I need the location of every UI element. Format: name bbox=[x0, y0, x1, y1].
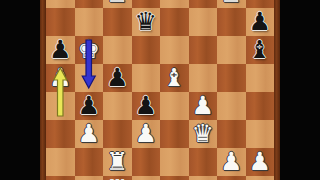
square-f5 bbox=[189, 64, 218, 92]
piece-wP-f4: ♟ bbox=[192, 92, 214, 117]
square-b2 bbox=[75, 148, 104, 176]
piece-bP-h7: ♟ bbox=[249, 8, 271, 33]
piece-bR-c1: ♜ bbox=[106, 176, 128, 180]
square-g1 bbox=[217, 176, 246, 180]
piece-bQ-d7: ♛ bbox=[135, 8, 157, 33]
square-e3 bbox=[160, 120, 189, 148]
square-c7 bbox=[103, 8, 132, 36]
piece-wP-h2: ♟ bbox=[249, 148, 271, 173]
piece-bP-a6: ♟ bbox=[49, 36, 71, 61]
square-b4: ♟ bbox=[75, 92, 104, 120]
square-b3: ♟ bbox=[75, 120, 104, 148]
letterbox-left bbox=[0, 0, 40, 180]
square-f7 bbox=[189, 8, 218, 36]
square-a5: ♟ bbox=[46, 64, 75, 92]
square-c6 bbox=[103, 36, 132, 64]
square-d6 bbox=[132, 36, 161, 64]
square-e1 bbox=[160, 176, 189, 180]
square-b7 bbox=[75, 8, 104, 36]
video-frame: ♜♜♛♟♟♚♝♟♟♝♟♟♟♟♟♛♜♟♟♜ bbox=[0, 0, 320, 180]
square-g2: ♟ bbox=[217, 148, 246, 176]
square-a2 bbox=[46, 148, 75, 176]
square-g5 bbox=[217, 64, 246, 92]
square-h2: ♟ bbox=[246, 148, 275, 176]
square-a7 bbox=[46, 8, 75, 36]
square-f2 bbox=[189, 148, 218, 176]
square-g6 bbox=[217, 36, 246, 64]
square-c3 bbox=[103, 120, 132, 148]
square-g8: ♜ bbox=[217, 0, 246, 8]
piece-bP-d4: ♟ bbox=[135, 92, 157, 117]
square-d5 bbox=[132, 64, 161, 92]
square-g3 bbox=[217, 120, 246, 148]
square-d7: ♛ bbox=[132, 8, 161, 36]
square-c8: ♜ bbox=[103, 0, 132, 8]
square-e6 bbox=[160, 36, 189, 64]
square-b5 bbox=[75, 64, 104, 92]
square-d3: ♟ bbox=[132, 120, 161, 148]
square-c4 bbox=[103, 92, 132, 120]
square-f4: ♟ bbox=[189, 92, 218, 120]
square-f8 bbox=[189, 0, 218, 8]
square-f3: ♛ bbox=[189, 120, 218, 148]
piece-wB-e5: ♝ bbox=[163, 64, 185, 89]
square-h6: ♝ bbox=[246, 36, 275, 64]
piece-wP-d3: ♟ bbox=[135, 120, 157, 145]
square-b1 bbox=[75, 176, 104, 180]
square-d4: ♟ bbox=[132, 92, 161, 120]
square-a6: ♟ bbox=[46, 36, 75, 64]
piece-bB-h6: ♝ bbox=[249, 36, 271, 61]
square-f6 bbox=[189, 36, 218, 64]
square-h7: ♟ bbox=[246, 8, 275, 36]
square-a3 bbox=[46, 120, 75, 148]
piece-wR-c2: ♜ bbox=[106, 148, 128, 173]
square-a8 bbox=[46, 0, 75, 8]
piece-wP-g2: ♟ bbox=[220, 148, 242, 173]
chessboard: ♜♜♛♟♟♚♝♟♟♝♟♟♟♟♟♛♜♟♟♜ bbox=[40, 0, 280, 180]
piece-bP-c5: ♟ bbox=[106, 64, 128, 89]
square-c2: ♜ bbox=[103, 148, 132, 176]
square-h4 bbox=[246, 92, 275, 120]
square-e2 bbox=[160, 148, 189, 176]
square-a1 bbox=[46, 176, 75, 180]
square-d2 bbox=[132, 148, 161, 176]
square-a4 bbox=[46, 92, 75, 120]
square-c5: ♟ bbox=[103, 64, 132, 92]
square-e5: ♝ bbox=[160, 64, 189, 92]
square-e4 bbox=[160, 92, 189, 120]
square-d1 bbox=[132, 176, 161, 180]
square-f1 bbox=[189, 176, 218, 180]
square-h3 bbox=[246, 120, 275, 148]
letterbox-right bbox=[280, 0, 320, 180]
square-g7 bbox=[217, 8, 246, 36]
board-squares: ♜♜♛♟♟♚♝♟♟♝♟♟♟♟♟♛♜♟♟♜ bbox=[46, 0, 274, 180]
square-h5 bbox=[246, 64, 275, 92]
square-e8 bbox=[160, 0, 189, 8]
square-h1 bbox=[246, 176, 275, 180]
piece-wR-g8: ♜ bbox=[220, 0, 242, 5]
square-b8 bbox=[75, 0, 104, 8]
piece-wR-c8: ♜ bbox=[106, 0, 128, 5]
square-g4 bbox=[217, 92, 246, 120]
piece-wK-b6: ♚ bbox=[78, 36, 100, 61]
board-frame-right bbox=[274, 0, 280, 180]
piece-wP-a5: ♟ bbox=[49, 64, 71, 89]
square-e7 bbox=[160, 8, 189, 36]
piece-bP-b4: ♟ bbox=[78, 92, 100, 117]
piece-wQ-f3: ♛ bbox=[192, 120, 214, 145]
square-b6: ♚ bbox=[75, 36, 104, 64]
square-c1: ♜ bbox=[103, 176, 132, 180]
piece-wP-b3: ♟ bbox=[78, 120, 100, 145]
